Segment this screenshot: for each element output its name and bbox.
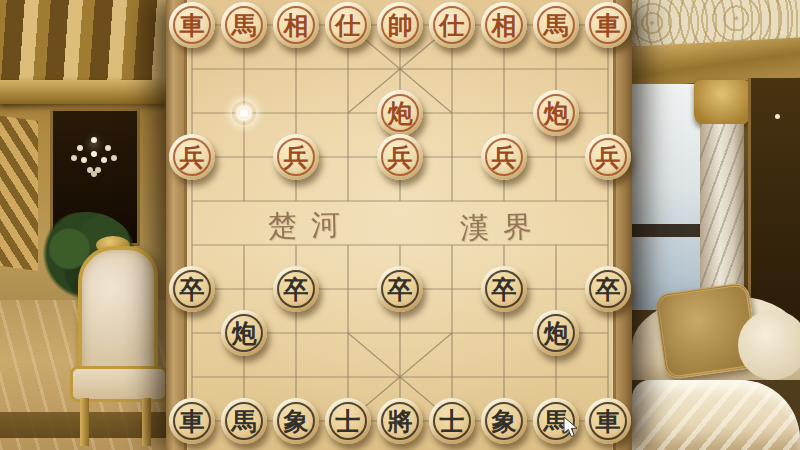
staircase [0, 115, 38, 271]
piece-red-soldier[interactable]: 兵 [377, 134, 423, 180]
piece-glyph: 卒 [284, 277, 309, 302]
piece-glyph: 馬 [232, 409, 257, 434]
piece-glyph: 炮 [388, 101, 413, 126]
silk-folds [632, 380, 800, 450]
piece-glyph: 炮 [544, 101, 569, 126]
piece-red-elephant[interactable]: 相 [481, 2, 527, 48]
piece-red-elephant[interactable]: 相 [273, 2, 319, 48]
board-frame-left [166, 0, 184, 450]
armchair-seat [70, 366, 168, 402]
piece-black-chariot[interactable]: 車 [585, 398, 631, 444]
window-rail [632, 224, 702, 237]
piece-glyph: 帥 [388, 13, 413, 38]
xiangqi-board[interactable]: 楚河 漢界 車馬相仕帥仕相馬車炮炮兵兵兵兵兵卒卒卒卒卒炮炮車馬象士將士象馬車 [166, 0, 632, 450]
piece-black-soldier[interactable]: 卒 [169, 266, 215, 312]
gold-cornice [0, 80, 166, 104]
piece-red-soldier[interactable]: 兵 [481, 134, 527, 180]
board-frame-right [616, 0, 632, 450]
crystal-chandelier [775, 114, 780, 119]
piece-glyph: 兵 [388, 145, 413, 170]
piece-red-soldier[interactable]: 兵 [273, 134, 319, 180]
piece-glyph: 卒 [596, 277, 621, 302]
piece-glyph: 卒 [492, 277, 517, 302]
piece-glyph: 仕 [440, 13, 465, 38]
background-room-left [0, 0, 166, 450]
background-room-right [632, 0, 800, 450]
board-groove-right [612, 0, 616, 450]
piece-glyph: 相 [284, 13, 309, 38]
piece-glyph: 兵 [284, 145, 309, 170]
piece-black-soldier[interactable]: 卒 [481, 266, 527, 312]
piece-red-advisor[interactable]: 仕 [325, 2, 371, 48]
mouse-cursor-icon [563, 417, 579, 443]
last-move-sparkle-marker [232, 101, 256, 125]
piece-glyph: 仕 [336, 13, 361, 38]
piece-red-soldier[interactable]: 兵 [169, 134, 215, 180]
piece-black-elephant[interactable]: 象 [273, 398, 319, 444]
river-label-han-jie: 漢界 [459, 207, 546, 249]
piece-glyph: 象 [492, 409, 517, 434]
armchair-back [78, 246, 158, 380]
piece-glyph: 炮 [544, 321, 569, 346]
piece-red-cannon[interactable]: 炮 [377, 90, 423, 136]
piece-red-soldier[interactable]: 兵 [585, 134, 631, 180]
piece-black-advisor[interactable]: 士 [325, 398, 371, 444]
piece-glyph: 卒 [388, 277, 413, 302]
piece-glyph: 士 [336, 409, 361, 434]
piece-black-advisor[interactable]: 士 [429, 398, 475, 444]
screenshot-stage: 楚河 漢界 車馬相仕帥仕相馬車炮炮兵兵兵兵兵卒卒卒卒卒炮炮車馬象士將士象馬車 [0, 0, 800, 450]
piece-red-horse[interactable]: 馬 [533, 2, 579, 48]
piece-black-soldier[interactable]: 卒 [273, 266, 319, 312]
piece-red-general[interactable]: 帥 [377, 2, 423, 48]
piece-glyph: 車 [180, 13, 205, 38]
gold-capital [694, 80, 750, 126]
crystal-sconce [91, 137, 97, 143]
piece-glyph: 車 [596, 13, 621, 38]
armchair-leg [142, 398, 151, 446]
piece-glyph: 卒 [180, 277, 205, 302]
piece-black-cannon[interactable]: 炮 [221, 310, 267, 356]
piece-black-elephant[interactable]: 象 [481, 398, 527, 444]
board-groove-left [184, 0, 188, 450]
piece-glyph: 炮 [232, 321, 257, 346]
sofa [632, 286, 800, 450]
armchair-leg [80, 398, 89, 446]
piece-glyph: 車 [180, 409, 205, 434]
piece-black-general[interactable]: 將 [377, 398, 423, 444]
piece-black-chariot[interactable]: 車 [169, 398, 215, 444]
board-grid-lines [166, 0, 632, 450]
piece-glyph: 馬 [232, 13, 257, 38]
sofa-seat-cushion [632, 380, 800, 450]
piece-black-soldier[interactable]: 卒 [585, 266, 631, 312]
piece-glyph: 兵 [492, 145, 517, 170]
piece-red-chariot[interactable]: 車 [585, 2, 631, 48]
piece-red-chariot[interactable]: 車 [169, 2, 215, 48]
piece-glyph: 兵 [180, 145, 205, 170]
piece-glyph: 車 [596, 409, 621, 434]
cream-pillow [738, 310, 800, 380]
piece-glyph: 將 [388, 409, 413, 434]
river-label-chu-he: 楚河 [267, 205, 354, 247]
piece-glyph: 相 [492, 13, 517, 38]
piece-glyph: 馬 [544, 13, 569, 38]
piece-red-cannon[interactable]: 炮 [533, 90, 579, 136]
piece-red-horse[interactable]: 馬 [221, 2, 267, 48]
piece-black-soldier[interactable]: 卒 [377, 266, 423, 312]
piece-glyph: 象 [284, 409, 309, 434]
piece-black-horse[interactable]: 馬 [221, 398, 267, 444]
piece-glyph: 士 [440, 409, 465, 434]
piece-black-cannon[interactable]: 炮 [533, 310, 579, 356]
piece-glyph: 兵 [596, 145, 621, 170]
piece-red-advisor[interactable]: 仕 [429, 2, 475, 48]
